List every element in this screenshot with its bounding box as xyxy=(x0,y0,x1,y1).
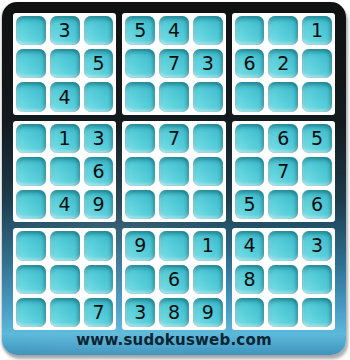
cell-r1c2[interactable]: 3 xyxy=(50,16,80,45)
cell-r8c8[interactable] xyxy=(268,265,298,294)
cell-r6c5[interactable] xyxy=(159,190,189,219)
cell-r2c7[interactable]: 6 xyxy=(235,49,265,78)
cell-r5c6[interactable] xyxy=(193,157,223,186)
cell-r9c2[interactable] xyxy=(50,298,80,327)
cell-r8c6[interactable] xyxy=(193,265,223,294)
cell-r6c7[interactable]: 5 xyxy=(235,190,265,219)
cell-r9c4[interactable]: 3 xyxy=(125,298,155,327)
cell-r3c2[interactable]: 4 xyxy=(50,82,80,111)
cell-r2c9[interactable] xyxy=(302,49,332,78)
cell-r1c3[interactable] xyxy=(84,16,114,45)
cell-r8c2[interactable] xyxy=(50,265,80,294)
cell-r3c9[interactable] xyxy=(302,82,332,111)
cell-r2c4[interactable] xyxy=(125,49,155,78)
cell-r4c8[interactable]: 6 xyxy=(268,124,298,153)
cell-r1c5[interactable]: 4 xyxy=(159,16,189,45)
cell-r6c2[interactable]: 4 xyxy=(50,190,80,219)
cell-r3c7[interactable] xyxy=(235,82,265,111)
box-3-1: 7 xyxy=(13,228,116,330)
cell-r3c3[interactable] xyxy=(84,82,114,111)
cell-r3c4[interactable] xyxy=(125,82,155,111)
cell-r4c5[interactable]: 7 xyxy=(159,124,189,153)
cell-r1c9[interactable]: 1 xyxy=(302,16,332,45)
cell-r2c3[interactable]: 5 xyxy=(84,49,114,78)
cell-r4c6[interactable] xyxy=(193,124,223,153)
cell-r3c1[interactable] xyxy=(16,82,46,111)
cell-r7c4[interactable]: 9 xyxy=(125,231,155,260)
cell-r8c4[interactable] xyxy=(125,265,155,294)
cell-r9c3[interactable]: 7 xyxy=(84,298,114,327)
cell-r2c6[interactable]: 3 xyxy=(193,49,223,78)
cell-r9c6[interactable]: 9 xyxy=(193,298,223,327)
website-url[interactable]: www.sudokusweb.com xyxy=(2,329,346,352)
cell-r5c4[interactable] xyxy=(125,157,155,186)
cell-r1c7[interactable] xyxy=(235,16,265,45)
cell-r7c2[interactable] xyxy=(50,231,80,260)
sudoku-widget: 3545473162136497657567916389438 www.sudo… xyxy=(0,0,350,360)
cell-r6c3[interactable]: 9 xyxy=(84,190,114,219)
cell-r5c7[interactable] xyxy=(235,157,265,186)
sudoku-grid: 3545473162136497657567916389438 xyxy=(13,13,335,330)
cell-r9c8[interactable] xyxy=(268,298,298,327)
box-1-1: 354 xyxy=(13,13,116,115)
cell-r5c3[interactable]: 6 xyxy=(84,157,114,186)
cell-r3c8[interactable] xyxy=(268,82,298,111)
cell-r2c8[interactable]: 2 xyxy=(268,49,298,78)
box-1-3: 162 xyxy=(232,13,335,115)
box-2-3: 65756 xyxy=(232,121,335,223)
box-1-2: 5473 xyxy=(122,13,225,115)
cell-r4c9[interactable]: 5 xyxy=(302,124,332,153)
cell-r7c6[interactable]: 1 xyxy=(193,231,223,260)
cell-r6c8[interactable] xyxy=(268,190,298,219)
cell-r1c1[interactable] xyxy=(16,16,46,45)
sudoku-board-panel: 3545473162136497657567916389438 www.sudo… xyxy=(2,2,346,355)
cell-r4c3[interactable]: 3 xyxy=(84,124,114,153)
cell-r7c7[interactable]: 4 xyxy=(235,231,265,260)
cell-r3c5[interactable] xyxy=(159,82,189,111)
cell-r5c1[interactable] xyxy=(16,157,46,186)
cell-r7c3[interactable] xyxy=(84,231,114,260)
cell-r1c6[interactable] xyxy=(193,16,223,45)
cell-r4c2[interactable]: 1 xyxy=(50,124,80,153)
cell-r9c5[interactable]: 8 xyxy=(159,298,189,327)
cell-r8c1[interactable] xyxy=(16,265,46,294)
cell-r2c5[interactable]: 7 xyxy=(159,49,189,78)
cell-r7c1[interactable] xyxy=(16,231,46,260)
box-3-2: 916389 xyxy=(122,228,225,330)
cell-r6c6[interactable] xyxy=(193,190,223,219)
cell-r7c8[interactable] xyxy=(268,231,298,260)
cell-r9c9[interactable] xyxy=(302,298,332,327)
box-2-2: 7 xyxy=(122,121,225,223)
cell-r6c9[interactable]: 6 xyxy=(302,190,332,219)
cell-r6c4[interactable] xyxy=(125,190,155,219)
cell-r8c5[interactable]: 6 xyxy=(159,265,189,294)
box-3-3: 438 xyxy=(232,228,335,330)
cell-r4c4[interactable] xyxy=(125,124,155,153)
cell-r4c7[interactable] xyxy=(235,124,265,153)
cell-r5c8[interactable]: 7 xyxy=(268,157,298,186)
cell-r1c4[interactable]: 5 xyxy=(125,16,155,45)
cell-r8c9[interactable] xyxy=(302,265,332,294)
cell-r3c6[interactable] xyxy=(193,82,223,111)
cell-r9c1[interactable] xyxy=(16,298,46,327)
cell-r8c3[interactable] xyxy=(84,265,114,294)
cell-r6c1[interactable] xyxy=(16,190,46,219)
cell-r4c1[interactable] xyxy=(16,124,46,153)
cell-r2c1[interactable] xyxy=(16,49,46,78)
cell-r5c2[interactable] xyxy=(50,157,80,186)
cell-r7c9[interactable]: 3 xyxy=(302,231,332,260)
cell-r9c7[interactable] xyxy=(235,298,265,327)
cell-r2c2[interactable] xyxy=(50,49,80,78)
cell-r8c7[interactable]: 8 xyxy=(235,265,265,294)
cell-r7c5[interactable] xyxy=(159,231,189,260)
cell-r5c5[interactable] xyxy=(159,157,189,186)
box-2-1: 13649 xyxy=(13,121,116,223)
cell-r1c8[interactable] xyxy=(268,16,298,45)
cell-r5c9[interactable] xyxy=(302,157,332,186)
